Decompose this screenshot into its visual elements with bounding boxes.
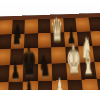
square-d7[interactable] (38, 33, 52, 48)
square-d5[interactable]: ♞ (37, 63, 52, 81)
square-b8[interactable] (11, 20, 25, 34)
square-b7[interactable]: ♞ (10, 33, 24, 48)
square-e4[interactable]: ♟ (52, 80, 68, 90)
square-d6[interactable] (38, 47, 52, 63)
square-h5[interactable] (94, 61, 100, 79)
square-h4[interactable] (96, 79, 100, 90)
square-g6[interactable]: ♞ (78, 46, 94, 62)
square-e8[interactable] (50, 18, 64, 32)
square-h6[interactable] (92, 45, 100, 61)
square-c6[interactable] (23, 48, 37, 64)
square-b4[interactable] (7, 82, 23, 90)
square-d8[interactable] (38, 19, 51, 33)
square-e5[interactable] (52, 63, 67, 81)
chess-board: ♞♛♟♞♟♚♞♚♝♟♟ (0, 13, 100, 90)
square-e6[interactable] (51, 47, 66, 63)
square-h8[interactable] (88, 17, 100, 31)
square-c4[interactable]: ♟ (22, 81, 37, 90)
square-c7[interactable] (24, 33, 38, 48)
square-d4[interactable] (37, 81, 52, 90)
square-b6[interactable] (9, 48, 24, 65)
square-c8[interactable] (24, 19, 37, 33)
chess-photo-scene: ♞♛♟♞♟♚♞♚♝♟♟ (0, 0, 100, 90)
square-e7[interactable]: ♛ (51, 32, 65, 47)
square-c5[interactable]: ♚ (23, 64, 38, 82)
square-b5[interactable]: ♟ (8, 64, 23, 82)
square-h7[interactable] (90, 31, 100, 46)
